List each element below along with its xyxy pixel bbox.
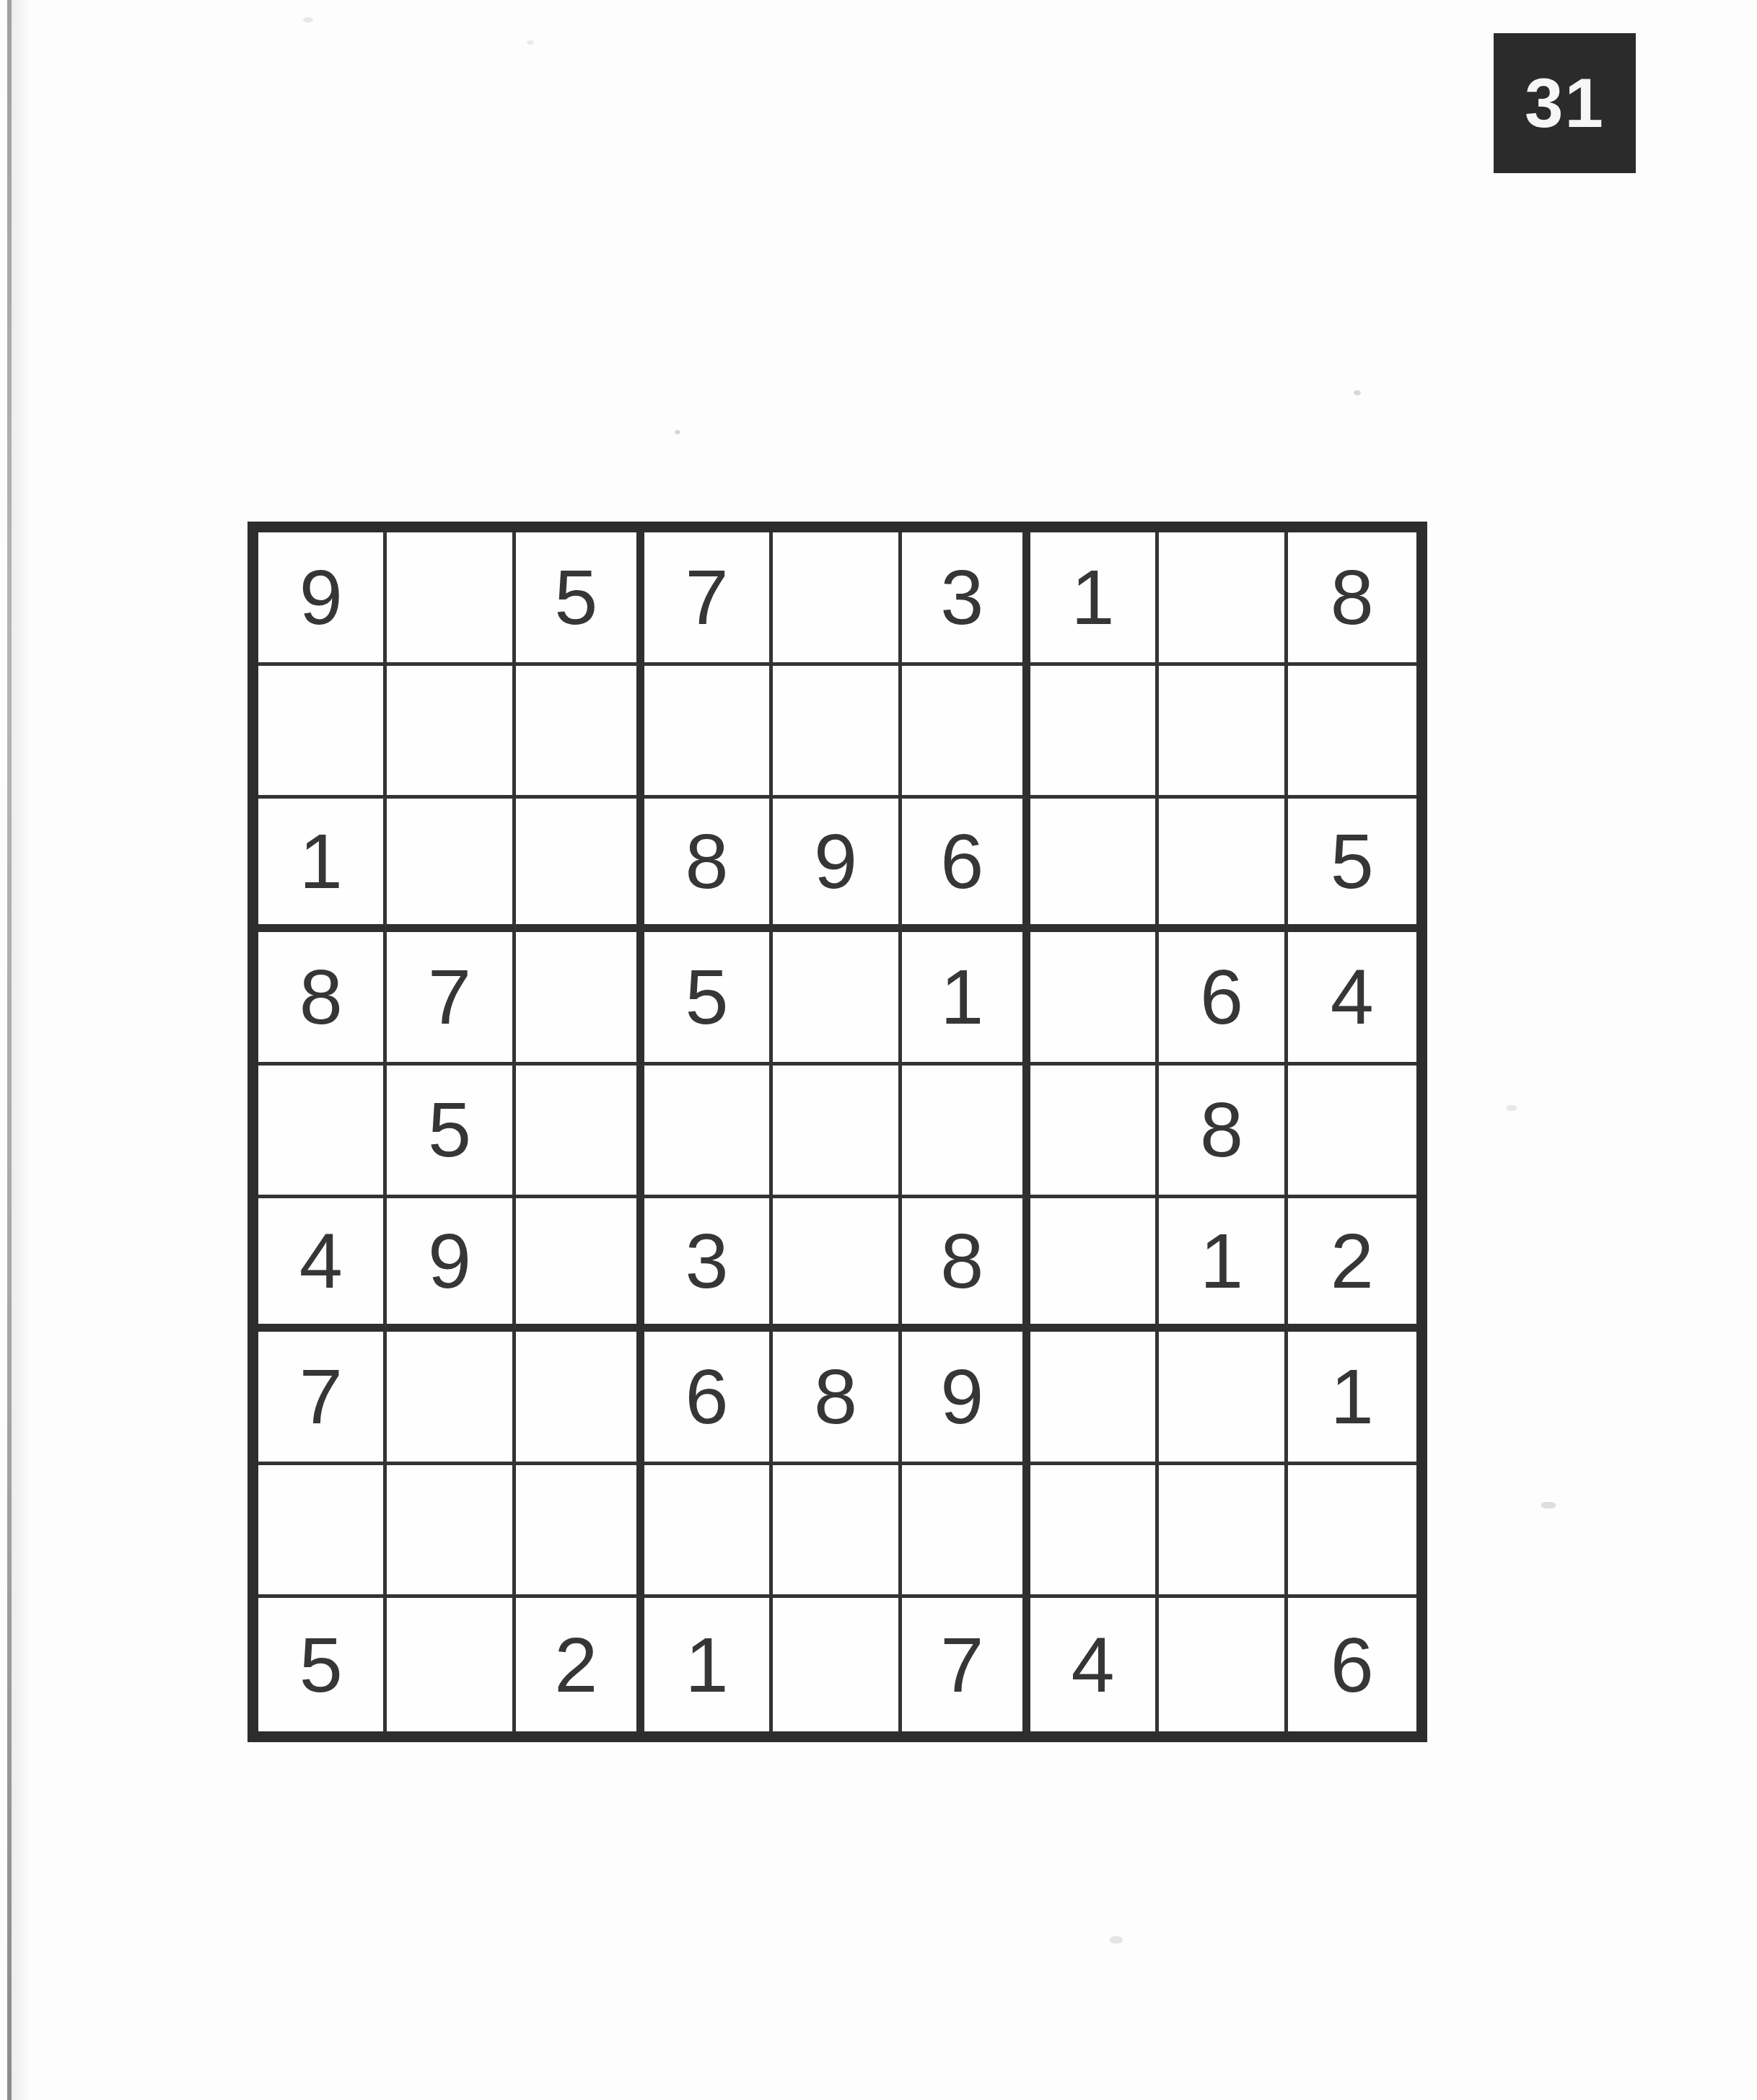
cell-r2c9 — [1288, 666, 1416, 799]
cell-r7c9: 1 — [1288, 1332, 1416, 1465]
scan-speck — [1354, 390, 1361, 395]
cell-r8c4 — [644, 1465, 773, 1599]
cell-r9c1: 5 — [258, 1598, 387, 1731]
scan-speck — [527, 40, 534, 45]
cell-r9c9: 6 — [1288, 1598, 1416, 1731]
cell-r8c6 — [902, 1465, 1030, 1599]
cell-r9c6: 7 — [902, 1598, 1030, 1731]
cell-r9c2 — [387, 1598, 515, 1731]
cell-r7c3 — [516, 1332, 644, 1465]
cell-r8c8 — [1159, 1465, 1287, 1599]
sudoku-grid: 957318189658751645849381276891521746 — [247, 522, 1427, 1742]
cell-r1c5 — [773, 532, 901, 666]
cell-r4c7 — [1030, 932, 1159, 1066]
cell-r3c2 — [387, 799, 515, 932]
cell-r3c6: 6 — [902, 799, 1030, 932]
cell-r2c2 — [387, 666, 515, 799]
cell-r5c5 — [773, 1066, 901, 1199]
scan-speck — [1110, 1936, 1123, 1943]
cell-r4c6: 1 — [902, 932, 1030, 1066]
cell-r1c3: 5 — [516, 532, 644, 666]
cell-r5c7 — [1030, 1066, 1159, 1199]
cell-r6c2: 9 — [387, 1198, 515, 1332]
cell-r8c2 — [387, 1465, 515, 1599]
cell-r7c6: 9 — [902, 1332, 1030, 1465]
cell-r2c5 — [773, 666, 901, 799]
cell-r4c5 — [773, 932, 901, 1066]
cell-r3c4: 8 — [644, 799, 773, 932]
cell-r1c7: 1 — [1030, 532, 1159, 666]
cell-r6c4: 3 — [644, 1198, 773, 1332]
scan-speck — [303, 17, 313, 22]
cell-r2c7 — [1030, 666, 1159, 799]
cell-r6c8: 1 — [1159, 1198, 1287, 1332]
cell-r8c9 — [1288, 1465, 1416, 1599]
cell-r6c7 — [1030, 1198, 1159, 1332]
cell-r6c9: 2 — [1288, 1198, 1416, 1332]
scan-speck — [675, 430, 680, 434]
cell-r9c7: 4 — [1030, 1598, 1159, 1731]
cell-r6c3 — [516, 1198, 644, 1332]
cell-r4c3 — [516, 932, 644, 1066]
cell-r1c8 — [1159, 532, 1287, 666]
cell-r4c8: 6 — [1159, 932, 1287, 1066]
cell-r4c1: 8 — [258, 932, 387, 1066]
cell-r9c3: 2 — [516, 1598, 644, 1731]
cell-r9c8 — [1159, 1598, 1287, 1731]
cell-r7c1: 7 — [258, 1332, 387, 1465]
cell-r5c6 — [902, 1066, 1030, 1199]
cell-r1c1: 9 — [258, 532, 387, 666]
cell-r9c5 — [773, 1598, 901, 1731]
cell-r8c5 — [773, 1465, 901, 1599]
page-number: 31 — [1525, 69, 1605, 138]
cell-r7c4: 6 — [644, 1332, 773, 1465]
cell-r7c8 — [1159, 1332, 1287, 1465]
cell-r3c5: 9 — [773, 799, 901, 932]
cell-r1c6: 3 — [902, 532, 1030, 666]
cell-r1c2 — [387, 532, 515, 666]
cell-r9c4: 1 — [644, 1598, 773, 1731]
cell-r5c3 — [516, 1066, 644, 1199]
cell-r8c3 — [516, 1465, 644, 1599]
scan-speck — [1507, 1105, 1517, 1111]
cell-r7c5: 8 — [773, 1332, 901, 1465]
cell-r6c6: 8 — [902, 1198, 1030, 1332]
cell-r5c9 — [1288, 1066, 1416, 1199]
cell-r4c2: 7 — [387, 932, 515, 1066]
cell-r1c4: 7 — [644, 532, 773, 666]
cell-r3c1: 1 — [258, 799, 387, 932]
cell-r2c4 — [644, 666, 773, 799]
cell-r7c7 — [1030, 1332, 1159, 1465]
cell-r2c1 — [258, 666, 387, 799]
cell-r2c6 — [902, 666, 1030, 799]
cell-r5c1 — [258, 1066, 387, 1199]
cell-r8c1 — [258, 1465, 387, 1599]
cell-r1c9: 8 — [1288, 532, 1416, 666]
cell-r4c9: 4 — [1288, 932, 1416, 1066]
cell-r6c1: 4 — [258, 1198, 387, 1332]
scan-speck — [1541, 1502, 1556, 1508]
cell-r3c7 — [1030, 799, 1159, 932]
cell-r2c8 — [1159, 666, 1287, 799]
cell-r3c3 — [516, 799, 644, 932]
scanned-page: 31 957318189658751645849381276891521746 — [0, 0, 1757, 2100]
cell-r5c8: 8 — [1159, 1066, 1287, 1199]
cell-r5c4 — [644, 1066, 773, 1199]
cell-r6c5 — [773, 1198, 901, 1332]
cell-r3c8 — [1159, 799, 1287, 932]
cell-r2c3 — [516, 666, 644, 799]
page-number-badge: 31 — [1494, 33, 1636, 173]
page-edge-shadow — [12, 0, 30, 2100]
cell-r5c2: 5 — [387, 1066, 515, 1199]
cell-r4c4: 5 — [644, 932, 773, 1066]
cell-r3c9: 5 — [1288, 799, 1416, 932]
cell-r7c2 — [387, 1332, 515, 1465]
cell-r8c7 — [1030, 1465, 1159, 1599]
